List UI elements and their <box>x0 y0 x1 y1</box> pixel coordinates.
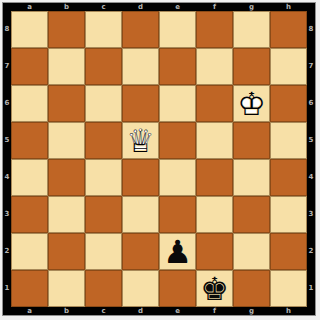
rank-label-2-right: 2 <box>307 233 315 270</box>
rank-label-1-left: 1 <box>3 270 11 307</box>
rank-label-7-left: 7 <box>3 48 11 85</box>
rank-label-5-right: 5 <box>307 122 315 159</box>
square-a3[interactable] <box>11 196 48 233</box>
square-c6[interactable] <box>85 85 122 122</box>
square-b3[interactable] <box>48 196 85 233</box>
rank-label-2-left: 2 <box>3 233 11 270</box>
black-king-glyph: ♚ <box>196 270 233 307</box>
piece-white-king-g6[interactable]: ♚♔ <box>233 85 270 122</box>
square-f6[interactable] <box>196 85 233 122</box>
square-e1[interactable] <box>159 270 196 307</box>
square-f4[interactable] <box>196 159 233 196</box>
square-f2[interactable] <box>196 233 233 270</box>
white-queen-outline-glyph: ♕ <box>122 122 159 159</box>
square-g3[interactable] <box>233 196 270 233</box>
square-f8[interactable] <box>196 11 233 48</box>
chess-board: abcdefgh88776♚♔65♛♕544332♟21♚1abcdefgh <box>2 2 316 316</box>
square-a2[interactable] <box>11 233 48 270</box>
square-c5[interactable] <box>85 122 122 159</box>
square-b2[interactable] <box>48 233 85 270</box>
square-h4[interactable] <box>270 159 307 196</box>
rank-label-3-right: 3 <box>307 196 315 233</box>
square-g5[interactable] <box>233 122 270 159</box>
square-h7[interactable] <box>270 48 307 85</box>
square-c1[interactable] <box>85 270 122 307</box>
square-e5[interactable] <box>159 122 196 159</box>
square-a7[interactable] <box>11 48 48 85</box>
square-h1[interactable] <box>270 270 307 307</box>
square-f5[interactable] <box>196 122 233 159</box>
file-label-a-top: a <box>11 3 48 11</box>
file-label-g-top: g <box>233 3 270 11</box>
file-label-f-bottom: f <box>196 307 233 315</box>
square-b5[interactable] <box>48 122 85 159</box>
black-pawn-glyph: ♟ <box>159 233 196 270</box>
frame-corner <box>307 307 315 315</box>
square-g1[interactable] <box>233 270 270 307</box>
square-d8[interactable] <box>122 11 159 48</box>
rank-label-4-right: 4 <box>307 159 315 196</box>
white-king-outline-glyph: ♔ <box>233 85 270 122</box>
square-b4[interactable] <box>48 159 85 196</box>
square-g7[interactable] <box>233 48 270 85</box>
square-e4[interactable] <box>159 159 196 196</box>
square-c7[interactable] <box>85 48 122 85</box>
square-e6[interactable] <box>159 85 196 122</box>
file-label-d-bottom: d <box>122 307 159 315</box>
square-b6[interactable] <box>48 85 85 122</box>
rank-label-8-right: 8 <box>307 11 315 48</box>
square-g8[interactable] <box>233 11 270 48</box>
rank-label-4-left: 4 <box>3 159 11 196</box>
square-g4[interactable] <box>233 159 270 196</box>
square-g6[interactable]: ♚♔ <box>233 85 270 122</box>
square-a5[interactable] <box>11 122 48 159</box>
piece-white-queen-d5[interactable]: ♛♕ <box>122 122 159 159</box>
file-label-e-bottom: e <box>159 307 196 315</box>
rank-label-5-left: 5 <box>3 122 11 159</box>
square-d1[interactable] <box>122 270 159 307</box>
file-label-d-top: d <box>122 3 159 11</box>
square-b7[interactable] <box>48 48 85 85</box>
file-label-a-bottom: a <box>11 307 48 315</box>
square-e3[interactable] <box>159 196 196 233</box>
rank-label-6-right: 6 <box>307 85 315 122</box>
square-h3[interactable] <box>270 196 307 233</box>
square-h8[interactable] <box>270 11 307 48</box>
file-label-e-top: e <box>159 3 196 11</box>
file-label-h-top: h <box>270 3 307 11</box>
frame-corner <box>3 3 11 11</box>
square-d3[interactable] <box>122 196 159 233</box>
file-label-c-top: c <box>85 3 122 11</box>
square-d5[interactable]: ♛♕ <box>122 122 159 159</box>
rank-label-6-left: 6 <box>3 85 11 122</box>
file-label-b-top: b <box>48 3 85 11</box>
frame-corner <box>3 307 11 315</box>
file-label-g-bottom: g <box>233 307 270 315</box>
file-label-h-bottom: h <box>270 307 307 315</box>
square-c3[interactable] <box>85 196 122 233</box>
square-f7[interactable] <box>196 48 233 85</box>
square-f3[interactable] <box>196 196 233 233</box>
piece-black-pawn-e2[interactable]: ♟ <box>159 233 196 270</box>
square-d2[interactable] <box>122 233 159 270</box>
rank-label-3-left: 3 <box>3 196 11 233</box>
square-c4[interactable] <box>85 159 122 196</box>
rank-label-1-right: 1 <box>307 270 315 307</box>
square-b8[interactable] <box>48 11 85 48</box>
square-d6[interactable] <box>122 85 159 122</box>
square-a6[interactable] <box>11 85 48 122</box>
rank-label-7-right: 7 <box>307 48 315 85</box>
square-c8[interactable] <box>85 11 122 48</box>
rank-label-8-left: 8 <box>3 11 11 48</box>
square-d7[interactable] <box>122 48 159 85</box>
file-label-f-top: f <box>196 3 233 11</box>
square-a8[interactable] <box>11 11 48 48</box>
piece-black-king-f1[interactable]: ♚ <box>196 270 233 307</box>
square-f1[interactable]: ♚ <box>196 270 233 307</box>
square-h5[interactable] <box>270 122 307 159</box>
square-b1[interactable] <box>48 270 85 307</box>
file-label-b-bottom: b <box>48 307 85 315</box>
square-d4[interactable] <box>122 159 159 196</box>
square-h2[interactable] <box>270 233 307 270</box>
square-a1[interactable] <box>11 270 48 307</box>
square-a4[interactable] <box>11 159 48 196</box>
square-h6[interactable] <box>270 85 307 122</box>
square-e7[interactable] <box>159 48 196 85</box>
frame-corner <box>307 3 315 11</box>
square-e8[interactable] <box>159 11 196 48</box>
square-g2[interactable] <box>233 233 270 270</box>
board-grid: abcdefgh88776♚♔65♛♕544332♟21♚1abcdefgh <box>3 3 315 315</box>
square-e2[interactable]: ♟ <box>159 233 196 270</box>
file-label-c-bottom: c <box>85 307 122 315</box>
square-c2[interactable] <box>85 233 122 270</box>
